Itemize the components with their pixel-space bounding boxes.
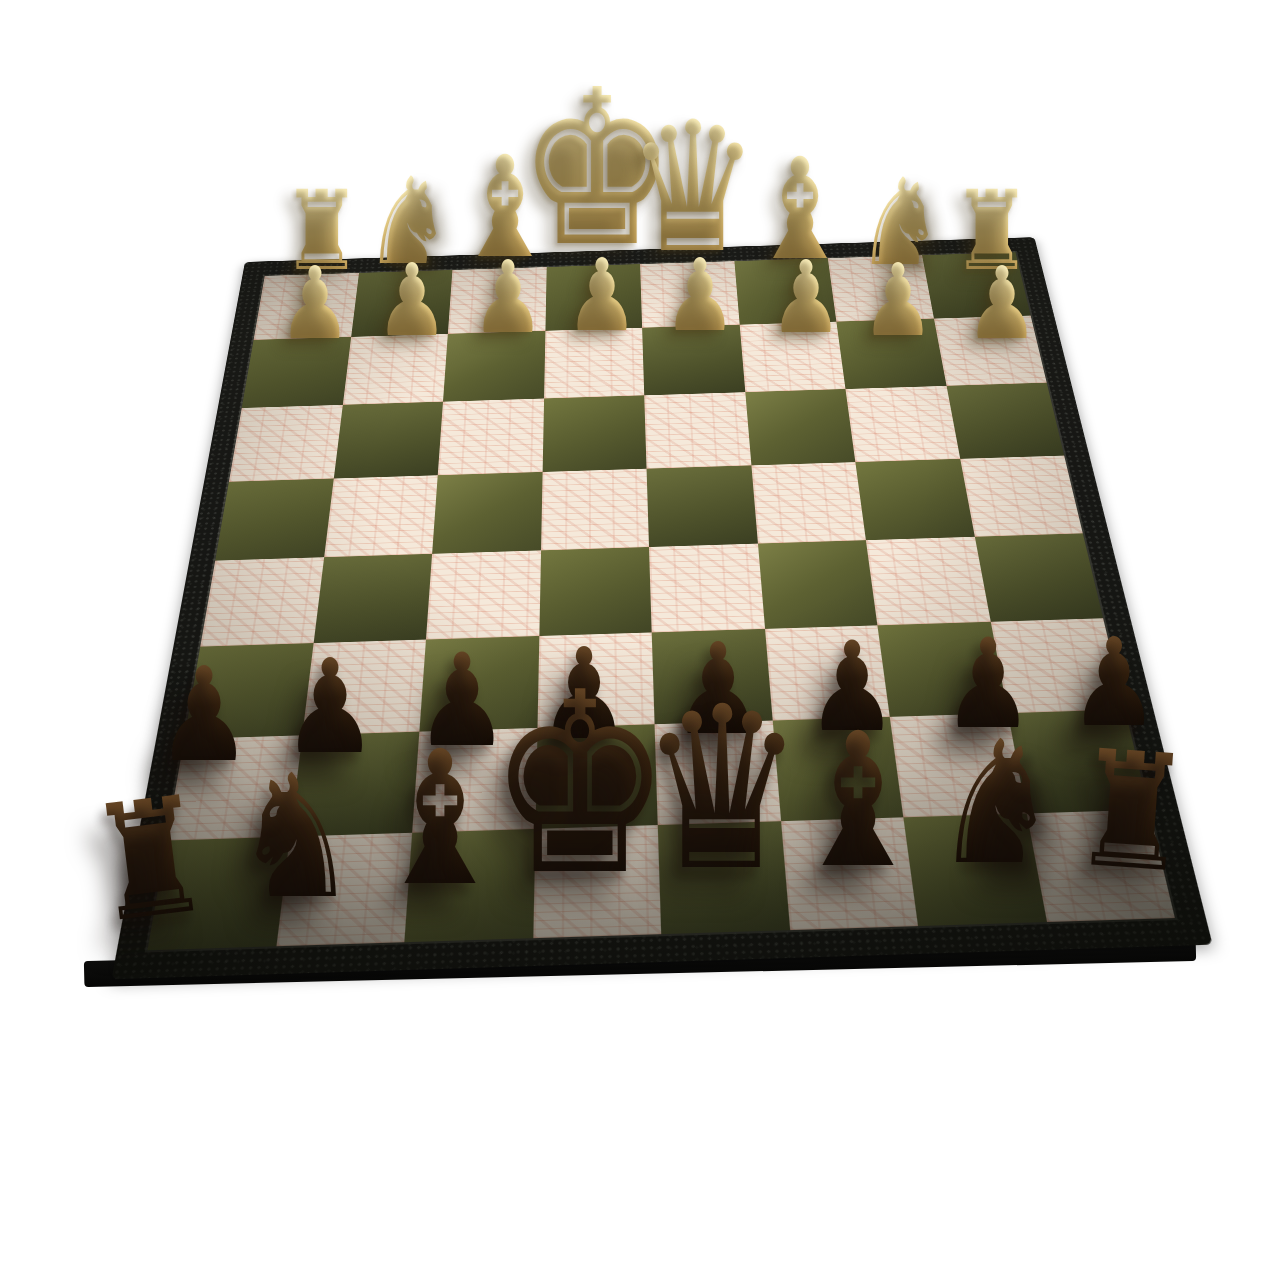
- square-f4[interactable]: [432, 472, 542, 554]
- square-c4[interactable]: [751, 462, 866, 544]
- black-knight-g8[interactable]: ♞: [234, 752, 359, 922]
- white-pawn-g2[interactable]: ♟: [375, 251, 449, 351]
- white-pawn-c2[interactable]: ♟: [769, 248, 843, 348]
- square-g4[interactable]: [324, 475, 438, 557]
- square-f3[interactable]: [438, 399, 544, 475]
- square-b3[interactable]: [845, 386, 959, 462]
- white-pawn-h2[interactable]: ♟: [278, 254, 352, 354]
- square-d3[interactable]: [644, 392, 751, 468]
- square-h3[interactable]: [229, 405, 342, 482]
- black-rook-h8[interactable]: ♜: [82, 773, 218, 946]
- white-pawn-b2[interactable]: ♟: [861, 251, 935, 351]
- square-a5[interactable]: [974, 533, 1103, 621]
- black-bishop-c8[interactable]: ♝: [790, 709, 926, 894]
- square-c3[interactable]: [745, 389, 855, 465]
- square-a3[interactable]: [946, 383, 1064, 459]
- white-pawn-e2[interactable]: ♟: [565, 246, 639, 346]
- square-d4[interactable]: [647, 465, 758, 547]
- square-a4[interactable]: [960, 455, 1083, 537]
- square-e4[interactable]: [541, 468, 649, 550]
- square-e3[interactable]: [542, 395, 646, 471]
- photo-stage: ♜♞♝♚♛♝♞♜♟♟♟♟♟♟♟♟♟♟♟♟♟♟♟♟♜♞♝♚♛♝♞♜: [0, 0, 1280, 1280]
- white-pawn-d2[interactable]: ♟: [663, 246, 737, 346]
- black-king-e8[interactable]: ♚: [488, 660, 672, 910]
- square-g3[interactable]: [333, 402, 443, 479]
- black-bishop-f8[interactable]: ♝: [372, 727, 508, 912]
- white-pawn-f2[interactable]: ♟: [471, 248, 545, 348]
- square-h4[interactable]: [215, 478, 333, 560]
- white-pawn-a2[interactable]: ♟: [965, 254, 1039, 354]
- square-b4[interactable]: [855, 458, 974, 540]
- black-knight-b8[interactable]: ♞: [934, 718, 1059, 888]
- black-rook-a8[interactable]: ♜: [1068, 728, 1196, 896]
